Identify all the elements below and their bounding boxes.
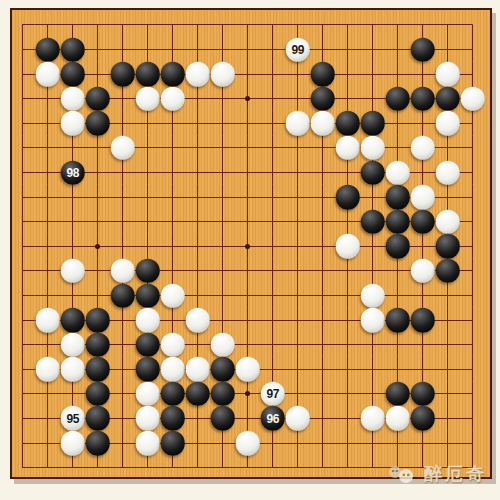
board-cell[interactable] xyxy=(185,62,210,87)
board-cell[interactable] xyxy=(335,136,360,161)
board-cell[interactable] xyxy=(85,209,110,234)
board-cell[interactable] xyxy=(60,332,85,357)
board-cell[interactable] xyxy=(310,86,335,111)
board-cell[interactable] xyxy=(110,332,135,357)
board-cell[interactable] xyxy=(210,332,235,357)
board-cell[interactable] xyxy=(435,234,460,259)
board-cell[interactable] xyxy=(185,308,210,333)
board-cell[interactable]: 96 xyxy=(260,406,285,431)
board-cell[interactable] xyxy=(110,62,135,87)
board-cell[interactable] xyxy=(110,111,135,136)
board-cell[interactable] xyxy=(60,86,85,111)
board-cell[interactable] xyxy=(210,431,235,456)
board-cell[interactable] xyxy=(10,86,35,111)
board-cell[interactable] xyxy=(435,431,460,456)
board-cell[interactable] xyxy=(460,37,485,62)
board-cell[interactable] xyxy=(335,455,360,480)
board-cell[interactable] xyxy=(160,86,185,111)
board-cell[interactable] xyxy=(35,431,60,456)
board-cell[interactable] xyxy=(35,406,60,431)
board-cell[interactable] xyxy=(135,234,160,259)
board-cell[interactable] xyxy=(385,234,410,259)
board-cell[interactable] xyxy=(135,283,160,308)
board-cell[interactable] xyxy=(185,259,210,284)
board-cell[interactable] xyxy=(385,62,410,87)
board-cell[interactable] xyxy=(185,185,210,210)
board-cell[interactable] xyxy=(160,62,185,87)
board-cell[interactable] xyxy=(210,382,235,407)
board-cell[interactable] xyxy=(460,357,485,382)
board-cell[interactable] xyxy=(435,13,460,38)
board-cell[interactable] xyxy=(110,406,135,431)
board-cell[interactable] xyxy=(210,185,235,210)
board-cell[interactable] xyxy=(310,234,335,259)
board-cell[interactable] xyxy=(110,160,135,185)
board-cell[interactable] xyxy=(410,160,435,185)
board-cell[interactable] xyxy=(410,136,435,161)
board-cell[interactable] xyxy=(185,406,210,431)
board-cell[interactable] xyxy=(460,406,485,431)
board-cell[interactable] xyxy=(235,406,260,431)
board-cell[interactable] xyxy=(260,332,285,357)
board-cell[interactable] xyxy=(260,431,285,456)
board-cell[interactable] xyxy=(460,86,485,111)
board-cell[interactable] xyxy=(460,185,485,210)
board-cell[interactable] xyxy=(235,357,260,382)
board-cell[interactable] xyxy=(235,13,260,38)
board-cell[interactable] xyxy=(335,357,360,382)
board-cell[interactable] xyxy=(185,431,210,456)
board-cell[interactable] xyxy=(260,234,285,259)
board-cell[interactable] xyxy=(110,259,135,284)
board-cell[interactable] xyxy=(10,160,35,185)
board-cell[interactable] xyxy=(310,332,335,357)
board-cell[interactable] xyxy=(210,283,235,308)
board-cell[interactable] xyxy=(335,86,360,111)
board-cell[interactable] xyxy=(410,332,435,357)
board-cell[interactable] xyxy=(260,259,285,284)
board-cell[interactable] xyxy=(85,86,110,111)
board-cell[interactable] xyxy=(435,357,460,382)
board-cell[interactable] xyxy=(385,308,410,333)
board-cell[interactable] xyxy=(260,209,285,234)
board-cell[interactable] xyxy=(10,209,35,234)
board-cell[interactable] xyxy=(210,160,235,185)
board-cell[interactable] xyxy=(210,209,235,234)
board-cell[interactable] xyxy=(35,234,60,259)
board-cell[interactable] xyxy=(235,382,260,407)
board-cell[interactable] xyxy=(310,283,335,308)
board-cell[interactable] xyxy=(435,209,460,234)
board-cell[interactable] xyxy=(335,111,360,136)
board-cell[interactable] xyxy=(260,37,285,62)
board-cell[interactable] xyxy=(85,13,110,38)
board-cell[interactable] xyxy=(160,111,185,136)
board-cell[interactable] xyxy=(135,185,160,210)
board-cell[interactable] xyxy=(460,62,485,87)
board-cell[interactable] xyxy=(160,185,185,210)
board-cell[interactable]: 98 xyxy=(60,160,85,185)
board-cell[interactable] xyxy=(410,308,435,333)
board-cell[interactable] xyxy=(185,283,210,308)
board-cell[interactable] xyxy=(435,160,460,185)
board-cell[interactable] xyxy=(335,62,360,87)
board-cell[interactable] xyxy=(135,160,160,185)
board-cell[interactable] xyxy=(110,357,135,382)
board-cell[interactable] xyxy=(460,160,485,185)
board-cell[interactable] xyxy=(160,209,185,234)
board-cell[interactable] xyxy=(360,136,385,161)
board-cell[interactable] xyxy=(435,382,460,407)
board-cell[interactable] xyxy=(210,406,235,431)
board-cell[interactable] xyxy=(160,406,185,431)
board-cell[interactable] xyxy=(185,37,210,62)
board-cell[interactable] xyxy=(285,382,310,407)
board-cell[interactable] xyxy=(460,13,485,38)
board-cell[interactable] xyxy=(35,357,60,382)
board-cell[interactable] xyxy=(285,160,310,185)
board-cell[interactable] xyxy=(35,259,60,284)
board-cell[interactable] xyxy=(160,234,185,259)
board-cell[interactable] xyxy=(10,431,35,456)
board-cell[interactable] xyxy=(235,431,260,456)
board-cell[interactable] xyxy=(185,332,210,357)
board-cell[interactable] xyxy=(285,431,310,456)
board-cell[interactable] xyxy=(260,185,285,210)
board-cell[interactable] xyxy=(110,136,135,161)
board-cell[interactable] xyxy=(385,185,410,210)
board-cell[interactable] xyxy=(310,185,335,210)
board-cell[interactable] xyxy=(360,234,385,259)
board-cell[interactable] xyxy=(435,406,460,431)
board-cell[interactable] xyxy=(10,308,35,333)
board-cell[interactable] xyxy=(10,406,35,431)
board-cell[interactable] xyxy=(260,283,285,308)
board-cell[interactable] xyxy=(410,37,435,62)
board-cell[interactable] xyxy=(285,308,310,333)
board-cell[interactable] xyxy=(160,382,185,407)
board-cell[interactable] xyxy=(235,259,260,284)
board-cell[interactable] xyxy=(360,62,385,87)
board-cell[interactable] xyxy=(410,357,435,382)
board-cell[interactable]: 95 xyxy=(60,406,85,431)
board-cell[interactable] xyxy=(285,332,310,357)
board-cell[interactable] xyxy=(335,406,360,431)
board-cell[interactable] xyxy=(35,455,60,480)
board-cell[interactable] xyxy=(185,234,210,259)
board-cell[interactable] xyxy=(310,136,335,161)
board-cell[interactable] xyxy=(210,111,235,136)
board-cell[interactable] xyxy=(310,406,335,431)
board-cell[interactable] xyxy=(460,136,485,161)
board-cell[interactable] xyxy=(435,259,460,284)
board-cell[interactable] xyxy=(360,86,385,111)
board-cell[interactable] xyxy=(360,37,385,62)
board-cell[interactable] xyxy=(235,62,260,87)
board-cell[interactable] xyxy=(410,13,435,38)
board-cell[interactable] xyxy=(110,37,135,62)
board-cell[interactable] xyxy=(360,308,385,333)
board-cell[interactable] xyxy=(260,111,285,136)
board-cell[interactable] xyxy=(235,455,260,480)
board-cell[interactable] xyxy=(360,209,385,234)
board-cell[interactable] xyxy=(10,111,35,136)
board-cell[interactable] xyxy=(160,357,185,382)
board-cell[interactable] xyxy=(260,455,285,480)
board-cell[interactable] xyxy=(235,37,260,62)
board-cell[interactable] xyxy=(310,382,335,407)
board-cell[interactable] xyxy=(135,259,160,284)
board-cell[interactable] xyxy=(260,13,285,38)
board-cell[interactable] xyxy=(10,357,35,382)
board-cell[interactable] xyxy=(60,37,85,62)
board-cell[interactable] xyxy=(435,308,460,333)
board-cell[interactable] xyxy=(260,136,285,161)
board-cell[interactable] xyxy=(160,259,185,284)
board-cell[interactable] xyxy=(335,37,360,62)
board-cell[interactable] xyxy=(10,62,35,87)
board-cell[interactable] xyxy=(310,37,335,62)
board-cell[interactable] xyxy=(410,209,435,234)
board-cell[interactable] xyxy=(60,357,85,382)
board-cell[interactable] xyxy=(85,234,110,259)
board-cell[interactable] xyxy=(235,308,260,333)
board-cell[interactable] xyxy=(410,406,435,431)
board-cell[interactable] xyxy=(210,37,235,62)
board-cell[interactable] xyxy=(360,13,385,38)
board-cell[interactable] xyxy=(60,136,85,161)
board-cell[interactable] xyxy=(10,382,35,407)
board-cell[interactable] xyxy=(185,136,210,161)
board-cell[interactable] xyxy=(385,13,410,38)
board-cell[interactable] xyxy=(385,332,410,357)
board-cell[interactable] xyxy=(135,86,160,111)
board-cell[interactable] xyxy=(110,185,135,210)
board-cell[interactable] xyxy=(110,234,135,259)
board-cell[interactable] xyxy=(210,259,235,284)
board-cell[interactable] xyxy=(85,455,110,480)
board-cell[interactable] xyxy=(110,283,135,308)
board-cell[interactable] xyxy=(235,283,260,308)
board-cell[interactable] xyxy=(10,13,35,38)
board-cell[interactable] xyxy=(85,431,110,456)
board-cell[interactable] xyxy=(35,332,60,357)
board-cell[interactable] xyxy=(85,160,110,185)
board-cell[interactable] xyxy=(460,111,485,136)
board-cell[interactable] xyxy=(285,406,310,431)
board-cell[interactable] xyxy=(460,332,485,357)
board-cell[interactable] xyxy=(185,111,210,136)
board-cell[interactable] xyxy=(135,455,160,480)
board-cell[interactable] xyxy=(235,86,260,111)
board-cell[interactable] xyxy=(210,455,235,480)
board-cell[interactable] xyxy=(460,259,485,284)
board-cell[interactable] xyxy=(85,62,110,87)
board-cell[interactable] xyxy=(410,382,435,407)
board-cell[interactable] xyxy=(360,406,385,431)
board-cell[interactable] xyxy=(235,332,260,357)
board-cell[interactable] xyxy=(235,111,260,136)
board-cell[interactable] xyxy=(360,185,385,210)
board-cell[interactable] xyxy=(435,185,460,210)
board-cell[interactable] xyxy=(360,259,385,284)
board-cell[interactable] xyxy=(460,283,485,308)
board-cell[interactable] xyxy=(235,209,260,234)
board-cell[interactable] xyxy=(310,357,335,382)
board-cell[interactable] xyxy=(410,431,435,456)
board-cell[interactable] xyxy=(235,185,260,210)
board-cell[interactable] xyxy=(335,332,360,357)
board-cell[interactable] xyxy=(335,209,360,234)
board-cell[interactable] xyxy=(410,62,435,87)
board-cell[interactable] xyxy=(360,431,385,456)
board-cell[interactable] xyxy=(310,259,335,284)
board-cell[interactable] xyxy=(310,455,335,480)
board-cell[interactable] xyxy=(285,13,310,38)
board-cell[interactable] xyxy=(35,111,60,136)
board-cell[interactable] xyxy=(385,283,410,308)
board-cell[interactable] xyxy=(135,111,160,136)
board-cell[interactable] xyxy=(110,431,135,456)
board-cell[interactable] xyxy=(10,332,35,357)
board-cell[interactable] xyxy=(185,357,210,382)
board-cell[interactable] xyxy=(335,283,360,308)
board-cell[interactable] xyxy=(10,259,35,284)
board-cell[interactable] xyxy=(260,62,285,87)
board-cell[interactable] xyxy=(160,431,185,456)
board-cell[interactable] xyxy=(135,209,160,234)
board-cell[interactable] xyxy=(385,259,410,284)
board-cell[interactable] xyxy=(185,160,210,185)
board-cell[interactable] xyxy=(10,37,35,62)
board-cell[interactable] xyxy=(135,136,160,161)
board-cell[interactable] xyxy=(335,382,360,407)
board-cell[interactable]: 97 xyxy=(260,382,285,407)
board-cell[interactable] xyxy=(285,209,310,234)
board-cell[interactable] xyxy=(60,431,85,456)
board-cell[interactable] xyxy=(35,160,60,185)
board-cell[interactable] xyxy=(285,259,310,284)
board-cell[interactable] xyxy=(60,62,85,87)
board-cell[interactable] xyxy=(285,185,310,210)
board-cell[interactable] xyxy=(460,209,485,234)
board-cell[interactable] xyxy=(260,86,285,111)
board-cell[interactable] xyxy=(410,86,435,111)
board-cell[interactable] xyxy=(360,332,385,357)
board-cell[interactable] xyxy=(310,209,335,234)
board-cell[interactable] xyxy=(85,185,110,210)
board-cell[interactable] xyxy=(135,13,160,38)
board-cell[interactable] xyxy=(60,382,85,407)
board-cell[interactable] xyxy=(335,431,360,456)
board-cell[interactable] xyxy=(35,86,60,111)
board-cell[interactable] xyxy=(410,234,435,259)
board-cell[interactable] xyxy=(85,357,110,382)
board-cell[interactable] xyxy=(285,357,310,382)
board-cell[interactable] xyxy=(310,111,335,136)
board-cell[interactable] xyxy=(310,431,335,456)
board-cell[interactable] xyxy=(385,136,410,161)
board-cell[interactable] xyxy=(135,332,160,357)
board-cell[interactable] xyxy=(60,259,85,284)
board-cell[interactable] xyxy=(260,160,285,185)
board-cell[interactable] xyxy=(85,308,110,333)
board-cell[interactable] xyxy=(110,308,135,333)
board-cell[interactable] xyxy=(235,160,260,185)
board-cell[interactable] xyxy=(185,382,210,407)
board-cell[interactable] xyxy=(85,111,110,136)
board-cell[interactable] xyxy=(60,209,85,234)
board-cell[interactable] xyxy=(35,283,60,308)
board-cell[interactable] xyxy=(60,308,85,333)
board-cell[interactable] xyxy=(410,111,435,136)
board-cell[interactable] xyxy=(460,234,485,259)
board-cell[interactable] xyxy=(85,37,110,62)
board-cell[interactable] xyxy=(160,160,185,185)
board-cell[interactable] xyxy=(60,283,85,308)
board-cell[interactable] xyxy=(285,234,310,259)
board-cell[interactable] xyxy=(335,13,360,38)
board-cell[interactable] xyxy=(85,332,110,357)
board-cell[interactable] xyxy=(60,111,85,136)
board-cell[interactable] xyxy=(160,283,185,308)
board-cell[interactable] xyxy=(385,37,410,62)
board-cell[interactable] xyxy=(335,234,360,259)
board-cell[interactable] xyxy=(260,357,285,382)
board-cell[interactable] xyxy=(10,455,35,480)
board-cell[interactable] xyxy=(85,259,110,284)
board-cell[interactable] xyxy=(110,13,135,38)
board-cell[interactable] xyxy=(35,185,60,210)
board-cell[interactable] xyxy=(185,209,210,234)
board-cell[interactable] xyxy=(435,86,460,111)
board-cell[interactable] xyxy=(285,86,310,111)
board-cell[interactable] xyxy=(60,13,85,38)
board-cell[interactable] xyxy=(310,160,335,185)
board-cell[interactable] xyxy=(210,86,235,111)
board-cell[interactable] xyxy=(410,259,435,284)
board-cell[interactable] xyxy=(135,308,160,333)
board-cell[interactable] xyxy=(385,160,410,185)
board-cell[interactable] xyxy=(60,455,85,480)
board-cell[interactable] xyxy=(285,455,310,480)
board-cell[interactable] xyxy=(435,111,460,136)
board-cell[interactable] xyxy=(35,37,60,62)
board-cell[interactable] xyxy=(210,62,235,87)
board-cell[interactable] xyxy=(260,308,285,333)
board-cell[interactable] xyxy=(160,332,185,357)
board-cell[interactable] xyxy=(435,37,460,62)
board-cell[interactable] xyxy=(135,382,160,407)
board-cell[interactable] xyxy=(360,160,385,185)
board-cell[interactable] xyxy=(10,283,35,308)
board-cell[interactable] xyxy=(285,136,310,161)
board-cell[interactable] xyxy=(335,160,360,185)
board-cell[interactable] xyxy=(135,406,160,431)
board-cell[interactable] xyxy=(35,62,60,87)
board-cell[interactable] xyxy=(310,13,335,38)
board-cell[interactable] xyxy=(210,13,235,38)
board-cell[interactable] xyxy=(435,136,460,161)
board-cell[interactable] xyxy=(435,332,460,357)
board-cell[interactable] xyxy=(435,283,460,308)
board-cell[interactable] xyxy=(10,136,35,161)
board-cell[interactable] xyxy=(160,308,185,333)
board-cell[interactable] xyxy=(110,209,135,234)
board-cell[interactable] xyxy=(285,283,310,308)
board-cell[interactable] xyxy=(135,431,160,456)
board-cell[interactable] xyxy=(435,62,460,87)
